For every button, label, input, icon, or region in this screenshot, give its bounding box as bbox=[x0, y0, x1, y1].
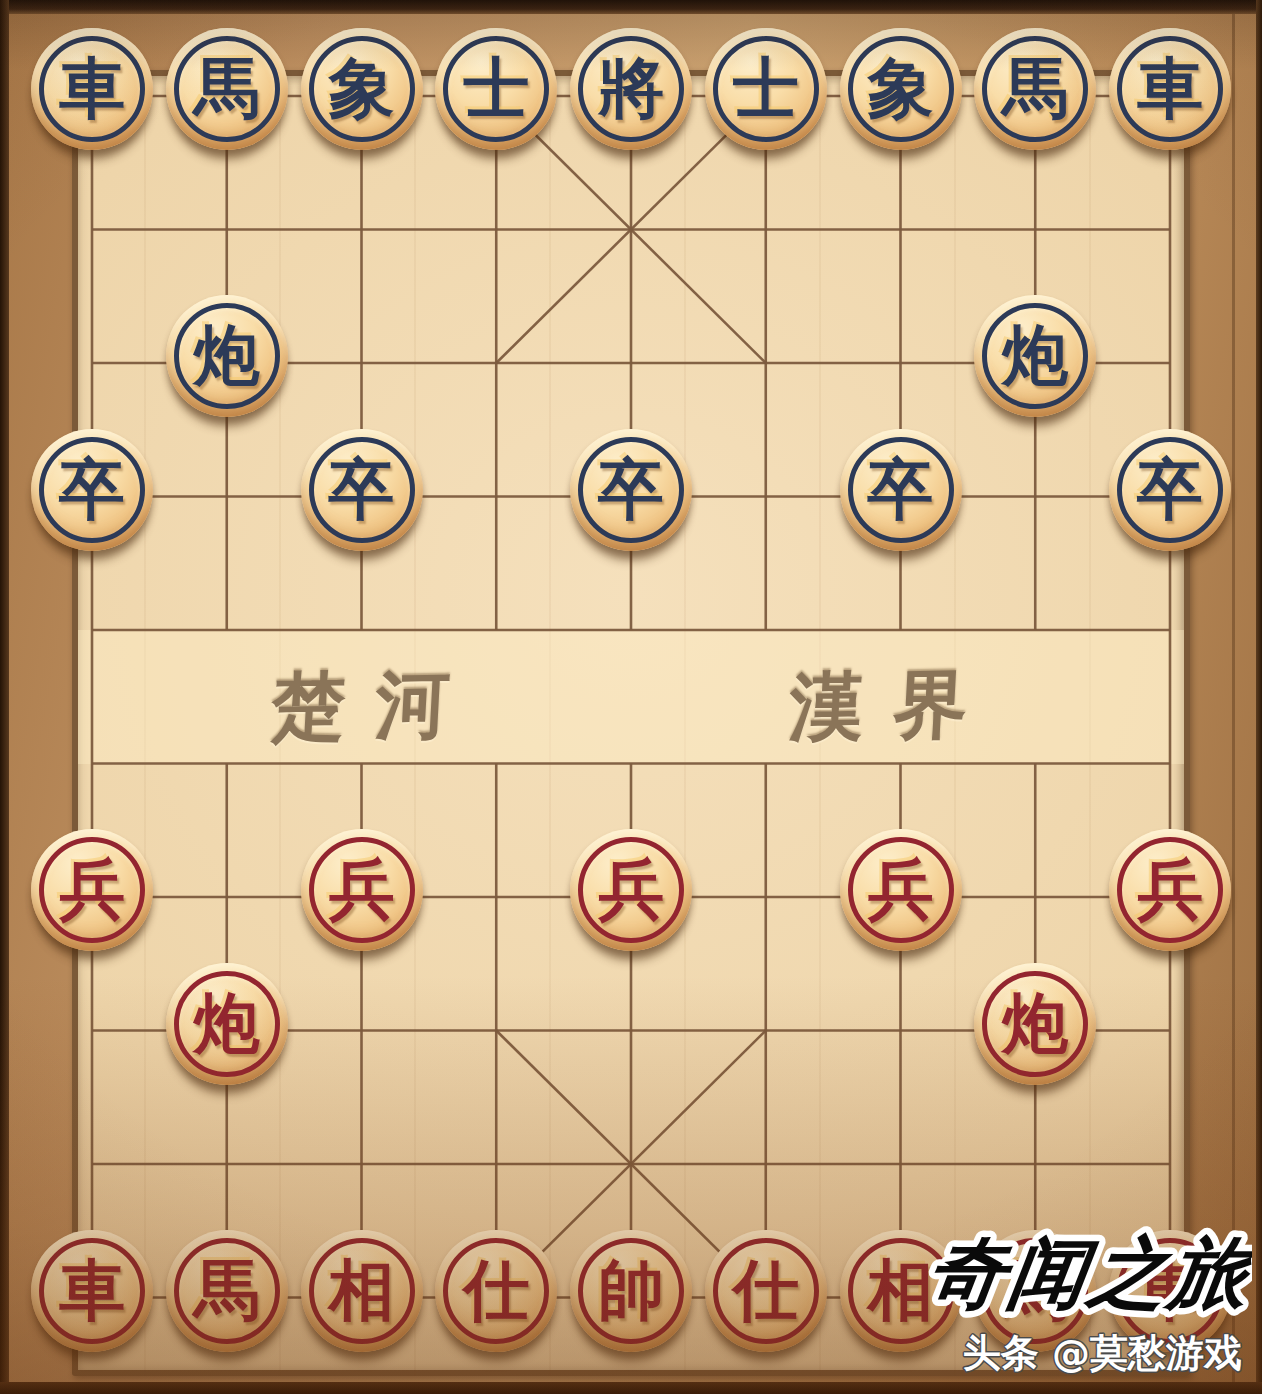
piece-glyph: 炮 bbox=[194, 991, 260, 1057]
watermark-byline: 头条 @莫愁游戏 bbox=[963, 1331, 1242, 1375]
piece-ring: 兵 bbox=[309, 837, 415, 943]
piece-glyph: 兵 bbox=[59, 857, 125, 923]
piece-ring: 士 bbox=[713, 36, 819, 142]
piece-red-cannon[interactable]: 炮 bbox=[166, 963, 288, 1085]
piece-ring: 馬 bbox=[174, 36, 280, 142]
piece-ring: 仕 bbox=[713, 1238, 819, 1344]
piece-red-general[interactable]: 帥 bbox=[570, 1230, 692, 1352]
piece-ring: 炮 bbox=[982, 971, 1088, 1077]
piece-glyph: 車 bbox=[59, 56, 125, 122]
piece-glyph: 兵 bbox=[598, 857, 664, 923]
piece-glyph: 兵 bbox=[1137, 857, 1203, 923]
piece-glyph: 兵 bbox=[329, 857, 395, 923]
piece-ring: 兵 bbox=[578, 837, 684, 943]
piece-red-chariot[interactable]: 車 bbox=[31, 1230, 153, 1352]
piece-ring: 卒 bbox=[1117, 437, 1223, 543]
piece-red-cannon[interactable]: 炮 bbox=[974, 963, 1096, 1085]
piece-glyph: 兵 bbox=[868, 857, 934, 923]
piece-black-advisor[interactable]: 士 bbox=[435, 28, 557, 150]
piece-glyph: 將 bbox=[598, 56, 664, 122]
piece-ring: 車 bbox=[39, 36, 145, 142]
piece-glyph: 車 bbox=[1137, 56, 1203, 122]
piece-ring: 帥 bbox=[578, 1238, 684, 1344]
piece-ring: 仕 bbox=[443, 1238, 549, 1344]
piece-ring: 卒 bbox=[309, 437, 415, 543]
piece-ring: 卒 bbox=[578, 437, 684, 543]
piece-red-advisor[interactable]: 仕 bbox=[705, 1230, 827, 1352]
piece-glyph: 象 bbox=[329, 56, 395, 122]
piece-black-chariot[interactable]: 車 bbox=[31, 28, 153, 150]
piece-glyph: 士 bbox=[463, 56, 529, 122]
piece-black-soldier[interactable]: 卒 bbox=[1109, 429, 1231, 551]
piece-red-soldier[interactable]: 兵 bbox=[570, 829, 692, 951]
piece-black-soldier[interactable]: 卒 bbox=[840, 429, 962, 551]
piece-black-advisor[interactable]: 士 bbox=[705, 28, 827, 150]
piece-ring: 象 bbox=[309, 36, 415, 142]
piece-ring: 士 bbox=[443, 36, 549, 142]
river-label-left: 楚河 bbox=[255, 666, 482, 744]
river-label-right: 漢界 bbox=[773, 666, 1000, 744]
piece-ring: 相 bbox=[309, 1238, 415, 1344]
piece-glyph: 馬 bbox=[194, 56, 260, 122]
xiangqi-game-screen: 楚河 漢界 車馬象士將士象馬車炮炮卒卒卒卒卒兵兵兵兵兵炮炮車馬相仕帥仕相馬車 奇… bbox=[0, 0, 1262, 1394]
piece-black-cannon[interactable]: 炮 bbox=[166, 295, 288, 417]
piece-black-general[interactable]: 將 bbox=[570, 28, 692, 150]
piece-red-horse[interactable]: 馬 bbox=[166, 1230, 288, 1352]
piece-glyph: 仕 bbox=[733, 1258, 799, 1324]
piece-glyph: 卒 bbox=[598, 457, 664, 523]
piece-black-soldier[interactable]: 卒 bbox=[570, 429, 692, 551]
board-grid bbox=[0, 0, 1262, 1394]
piece-glyph: 炮 bbox=[1002, 323, 1068, 389]
piece-ring: 炮 bbox=[982, 303, 1088, 409]
watermark: 奇闻之旅 头条 @莫愁游戏 bbox=[840, 1196, 1252, 1386]
piece-ring: 卒 bbox=[848, 437, 954, 543]
piece-glyph: 馬 bbox=[1002, 56, 1068, 122]
piece-ring: 兵 bbox=[1117, 837, 1223, 943]
piece-glyph: 卒 bbox=[868, 457, 934, 523]
piece-glyph: 相 bbox=[329, 1258, 395, 1324]
piece-glyph: 馬 bbox=[194, 1258, 260, 1324]
piece-black-soldier[interactable]: 卒 bbox=[301, 429, 423, 551]
piece-ring: 炮 bbox=[174, 303, 280, 409]
piece-red-elephant[interactable]: 相 bbox=[301, 1230, 423, 1352]
piece-ring: 車 bbox=[1117, 36, 1223, 142]
piece-black-horse[interactable]: 馬 bbox=[974, 28, 1096, 150]
piece-glyph: 卒 bbox=[59, 457, 125, 523]
piece-glyph: 車 bbox=[59, 1258, 125, 1324]
piece-ring: 馬 bbox=[174, 1238, 280, 1344]
piece-glyph: 仕 bbox=[463, 1258, 529, 1324]
piece-glyph: 士 bbox=[733, 56, 799, 122]
piece-red-soldier[interactable]: 兵 bbox=[31, 829, 153, 951]
piece-ring: 兵 bbox=[39, 837, 145, 943]
piece-ring: 卒 bbox=[39, 437, 145, 543]
piece-black-chariot[interactable]: 車 bbox=[1109, 28, 1231, 150]
piece-glyph: 卒 bbox=[1137, 457, 1203, 523]
piece-ring: 將 bbox=[578, 36, 684, 142]
piece-glyph: 象 bbox=[868, 56, 934, 122]
piece-glyph: 帥 bbox=[598, 1258, 664, 1324]
piece-glyph: 炮 bbox=[194, 323, 260, 389]
watermark-title: 奇闻之旅 bbox=[922, 1227, 1252, 1318]
piece-black-horse[interactable]: 馬 bbox=[166, 28, 288, 150]
piece-glyph: 卒 bbox=[329, 457, 395, 523]
piece-ring: 馬 bbox=[982, 36, 1088, 142]
piece-red-advisor[interactable]: 仕 bbox=[435, 1230, 557, 1352]
piece-glyph: 炮 bbox=[1002, 991, 1068, 1057]
piece-ring: 象 bbox=[848, 36, 954, 142]
piece-black-cannon[interactable]: 炮 bbox=[974, 295, 1096, 417]
piece-red-soldier[interactable]: 兵 bbox=[301, 829, 423, 951]
piece-black-elephant[interactable]: 象 bbox=[840, 28, 962, 150]
piece-black-elephant[interactable]: 象 bbox=[301, 28, 423, 150]
piece-black-soldier[interactable]: 卒 bbox=[31, 429, 153, 551]
piece-ring: 炮 bbox=[174, 971, 280, 1077]
piece-ring: 兵 bbox=[848, 837, 954, 943]
piece-ring: 車 bbox=[39, 1238, 145, 1344]
piece-red-soldier[interactable]: 兵 bbox=[1109, 829, 1231, 951]
piece-red-soldier[interactable]: 兵 bbox=[840, 829, 962, 951]
